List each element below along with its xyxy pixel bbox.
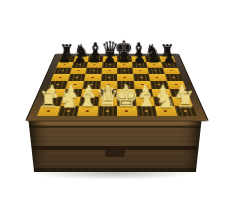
square-f1: ♝ <box>136 106 157 116</box>
square-c5 <box>84 74 101 81</box>
piece-white-rook: ♜ <box>39 88 59 110</box>
square-b5 <box>68 74 86 81</box>
board-scene: ♜♞♝♛♚♝♞♜♟♟♟♟♟♟♟♟♟♟♟♟♟♟♟♟♜♞♝♛♚♝♞♜ <box>44 8 190 154</box>
piece-black-pawn: ♟ <box>163 50 176 64</box>
square-h1: ♜ <box>174 106 197 116</box>
peg-hole <box>124 77 127 78</box>
square-h5 <box>164 74 183 81</box>
peg-hole <box>77 70 80 71</box>
peg-hole <box>108 70 111 71</box>
piece-black-pawn: ♟ <box>58 50 71 64</box>
product-photo: ♜♞♝♛♚♝♞♜♟♟♟♟♟♟♟♟♟♟♟♟♟♟♟♟♜♞♝♛♚♝♞♜ <box>0 0 228 214</box>
piece-black-pawn: ♟ <box>148 50 161 64</box>
board-frame: ♜♞♝♛♚♝♞♜♟♟♟♟♟♟♟♟♟♟♟♟♟♟♟♟♜♞♝♛♚♝♞♜ <box>27 54 208 120</box>
peg-hole <box>107 77 110 78</box>
piece-black-pawn: ♟ <box>88 50 101 64</box>
piece-white-rook: ♜ <box>175 88 195 110</box>
square-e1: ♚ <box>117 106 137 116</box>
peg-hole <box>156 77 159 78</box>
peg-hole <box>61 70 64 71</box>
peg-hole <box>92 70 95 71</box>
peg-hole <box>154 70 157 71</box>
peg-hole <box>139 70 142 71</box>
peg-hole <box>91 77 94 78</box>
piece-black-pawn: ♟ <box>73 50 86 64</box>
square-a1: ♜ <box>37 106 60 116</box>
piece-black-pawn: ♟ <box>118 50 131 64</box>
peg-hole <box>170 70 173 71</box>
square-g1: ♞ <box>155 106 177 116</box>
piece-black-pawn: ♟ <box>133 50 146 64</box>
peg-hole <box>172 77 175 78</box>
piece-white-knight: ♞ <box>155 87 176 111</box>
peg-hole <box>140 77 143 78</box>
peg-hole <box>59 77 62 78</box>
peg-hole <box>123 70 126 71</box>
peg-hole <box>75 77 78 78</box>
chess-board: ♜♞♝♛♚♝♞♜♟♟♟♟♟♟♟♟♟♟♟♟♟♟♟♟♜♞♝♛♚♝♞♜ <box>37 56 197 116</box>
piece-black-pawn: ♟ <box>103 50 116 64</box>
